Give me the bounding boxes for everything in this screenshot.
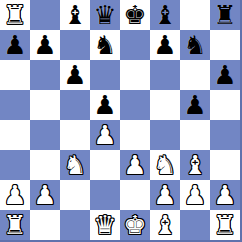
square-a2[interactable]: ♟	[0, 180, 30, 210]
piece-black-pawn[interactable]: ♟	[33, 30, 56, 60]
square-d2[interactable]	[90, 180, 120, 210]
square-c4[interactable]	[60, 120, 90, 150]
square-c5[interactable]	[60, 90, 90, 120]
square-h1[interactable]: ♜	[210, 210, 240, 240]
piece-black-bishop[interactable]: ♝	[153, 0, 176, 30]
board-frame: ♜♝♛♚♝♜♟♟♞♟♞♟♟♟♟♟♞♟♞♝♟♟♟♟♟♜♛♚♝♜	[0, 0, 242, 242]
piece-white-pawn[interactable]: ♟	[213, 180, 236, 210]
square-g5[interactable]: ♟	[180, 90, 210, 120]
square-c3[interactable]: ♞	[60, 150, 90, 180]
piece-white-pawn[interactable]: ♟	[183, 180, 206, 210]
square-d8[interactable]: ♛	[90, 0, 120, 30]
square-f3[interactable]: ♞	[150, 150, 180, 180]
piece-black-pawn[interactable]: ♟	[153, 30, 176, 60]
square-b5[interactable]	[30, 90, 60, 120]
piece-black-knight[interactable]: ♞	[183, 30, 206, 60]
square-b7[interactable]: ♟	[30, 30, 60, 60]
piece-black-pawn[interactable]: ♟	[93, 90, 116, 120]
piece-white-rook[interactable]: ♜	[3, 210, 26, 240]
piece-white-king[interactable]: ♚	[123, 210, 146, 240]
square-f1[interactable]: ♝	[150, 210, 180, 240]
square-e4[interactable]	[120, 120, 150, 150]
piece-white-bishop[interactable]: ♝	[153, 210, 176, 240]
square-a6[interactable]	[0, 60, 30, 90]
square-b8[interactable]	[30, 0, 60, 30]
piece-black-knight[interactable]: ♞	[93, 30, 116, 60]
square-h4[interactable]	[210, 120, 240, 150]
piece-black-pawn[interactable]: ♟	[213, 60, 236, 90]
square-g2[interactable]: ♟	[180, 180, 210, 210]
square-h7[interactable]	[210, 30, 240, 60]
piece-white-pawn[interactable]: ♟	[33, 180, 56, 210]
piece-black-pawn[interactable]: ♟	[3, 30, 26, 60]
square-a1[interactable]: ♜	[0, 210, 30, 240]
piece-white-knight[interactable]: ♞	[63, 150, 86, 180]
square-a8[interactable]: ♜	[0, 0, 30, 30]
square-f8[interactable]: ♝	[150, 0, 180, 30]
square-e2[interactable]	[120, 180, 150, 210]
square-c7[interactable]	[60, 30, 90, 60]
square-d6[interactable]	[90, 60, 120, 90]
square-d5[interactable]: ♟	[90, 90, 120, 120]
piece-white-bishop[interactable]: ♝	[183, 150, 206, 180]
square-h5[interactable]	[210, 90, 240, 120]
square-h8[interactable]: ♜	[210, 0, 240, 30]
square-e6[interactable]	[120, 60, 150, 90]
square-h6[interactable]: ♟	[210, 60, 240, 90]
piece-white-pawn[interactable]: ♟	[93, 120, 116, 150]
square-a5[interactable]	[0, 90, 30, 120]
square-a4[interactable]	[0, 120, 30, 150]
square-c1[interactable]	[60, 210, 90, 240]
square-a7[interactable]: ♟	[0, 30, 30, 60]
piece-black-pawn[interactable]: ♟	[183, 90, 206, 120]
piece-white-rook[interactable]: ♜	[213, 210, 236, 240]
piece-white-pawn[interactable]: ♟	[153, 180, 176, 210]
square-e3[interactable]: ♟	[120, 150, 150, 180]
square-e1[interactable]: ♚	[120, 210, 150, 240]
square-g1[interactable]	[180, 210, 210, 240]
piece-black-king[interactable]: ♚	[123, 0, 146, 30]
square-c2[interactable]	[60, 180, 90, 210]
square-f2[interactable]: ♟	[150, 180, 180, 210]
square-e5[interactable]	[120, 90, 150, 120]
piece-black-rook[interactable]: ♜	[213, 0, 236, 30]
piece-white-rook[interactable]: ♜	[3, 0, 26, 30]
square-g8[interactable]	[180, 0, 210, 30]
square-g3[interactable]: ♝	[180, 150, 210, 180]
square-b2[interactable]: ♟	[30, 180, 60, 210]
square-f5[interactable]	[150, 90, 180, 120]
piece-black-queen[interactable]: ♛	[93, 0, 116, 30]
square-g6[interactable]	[180, 60, 210, 90]
piece-black-bishop[interactable]: ♝	[63, 0, 86, 30]
square-b1[interactable]	[30, 210, 60, 240]
piece-white-pawn[interactable]: ♟	[123, 150, 146, 180]
square-h2[interactable]: ♟	[210, 180, 240, 210]
square-f4[interactable]	[150, 120, 180, 150]
square-d7[interactable]: ♞	[90, 30, 120, 60]
chess-board: ♜♝♛♚♝♜♟♟♞♟♞♟♟♟♟♟♞♟♞♝♟♟♟♟♟♜♛♚♝♜	[0, 0, 240, 240]
square-d3[interactable]	[90, 150, 120, 180]
square-e7[interactable]	[120, 30, 150, 60]
square-g7[interactable]: ♞	[180, 30, 210, 60]
square-c8[interactable]: ♝	[60, 0, 90, 30]
square-e8[interactable]: ♚	[120, 0, 150, 30]
square-b6[interactable]	[30, 60, 60, 90]
piece-white-knight[interactable]: ♞	[153, 150, 176, 180]
square-f7[interactable]: ♟	[150, 30, 180, 60]
square-g4[interactable]	[180, 120, 210, 150]
square-b3[interactable]	[30, 150, 60, 180]
square-h3[interactable]	[210, 150, 240, 180]
square-a3[interactable]	[0, 150, 30, 180]
square-d4[interactable]: ♟	[90, 120, 120, 150]
piece-white-queen[interactable]: ♛	[93, 210, 116, 240]
square-d1[interactable]: ♛	[90, 210, 120, 240]
piece-black-pawn[interactable]: ♟	[63, 60, 86, 90]
square-c6[interactable]: ♟	[60, 60, 90, 90]
piece-white-pawn[interactable]: ♟	[3, 180, 26, 210]
square-f6[interactable]	[150, 60, 180, 90]
square-b4[interactable]	[30, 120, 60, 150]
